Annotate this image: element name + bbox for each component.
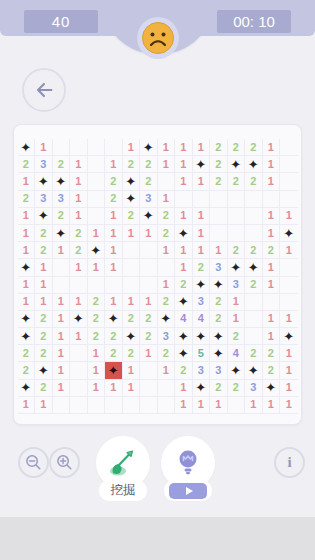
sad-face-icon (141, 21, 175, 55)
cell-r3c3[interactable]: ✦ (53, 173, 71, 190)
cell-r1c15[interactable]: 1 (263, 139, 281, 156)
cell-r1c4[interactable] (70, 139, 88, 156)
cell-r3c14[interactable]: 2 (245, 173, 263, 190)
cell-r15c1[interactable]: ✦ (18, 380, 36, 397)
cell-r15c8[interactable] (140, 380, 158, 397)
magnifier-minus-icon (24, 453, 43, 472)
cell-r3c11[interactable]: 1 (193, 173, 211, 190)
cell-r1c11[interactable]: 1 (193, 139, 211, 156)
cell-r6c3[interactable]: ✦ (53, 225, 71, 242)
cell-r7c12[interactable]: 1 (210, 242, 228, 259)
cell-r11c6[interactable]: ✦ (105, 311, 123, 328)
cell-r2c2[interactable]: 3 (35, 156, 53, 173)
cell-r3c10[interactable]: 1 (175, 173, 193, 190)
cell-r3c16[interactable] (280, 173, 298, 190)
cell-r15c7[interactable]: 1 (123, 380, 141, 397)
cell-r1c16[interactable] (280, 139, 298, 156)
info-icon: i (287, 454, 291, 471)
cell-r3c13[interactable]: 2 (228, 173, 246, 190)
cell-r5c14[interactable] (245, 208, 263, 225)
cell-r3c4[interactable]: 1 (70, 173, 88, 190)
cell-r10c13[interactable]: 1 (228, 294, 246, 311)
cell-r4c2[interactable]: 3 (35, 191, 53, 208)
cell-r9c6[interactable] (105, 277, 123, 294)
cell-r3c5[interactable] (88, 173, 106, 190)
zoom-in-button[interactable] (49, 447, 80, 478)
cell-r7c6[interactable]: 1 (105, 242, 123, 259)
cell-r13c14[interactable]: 2 (245, 345, 263, 362)
cell-r13c5[interactable]: 1 (88, 345, 106, 362)
cell-r5c9[interactable]: 2 (158, 208, 176, 225)
cell-r13c9[interactable]: 2 (158, 345, 176, 362)
cell-r5c13[interactable] (228, 208, 246, 225)
cell-r2c6[interactable]: 1 (105, 156, 123, 173)
cell-r11c15[interactable]: 1 (263, 311, 281, 328)
cell-r15c12[interactable]: 2 (210, 380, 228, 397)
cell-r16c5[interactable] (88, 397, 106, 414)
cell-r16c2[interactable]: 1 (35, 397, 53, 414)
cell-r14c5[interactable]: 1 (88, 362, 106, 379)
cell-r16c8[interactable] (140, 397, 158, 414)
cell-r2c3[interactable]: 2 (53, 156, 71, 173)
cell-r16c6[interactable] (105, 397, 123, 414)
cell-r4c6[interactable]: 2 (105, 191, 123, 208)
cell-r5c15[interactable]: 1 (263, 208, 281, 225)
info-button[interactable]: i (274, 447, 305, 478)
cell-r11c13[interactable]: 1 (228, 311, 246, 328)
cell-r11c8[interactable]: 2 (140, 311, 158, 328)
cell-r11c14[interactable] (245, 311, 263, 328)
cell-r9c1[interactable]: 1 (18, 277, 36, 294)
cell-r3c6[interactable]: 2 (105, 173, 123, 190)
cell-r7c3[interactable]: 1 (53, 242, 71, 259)
cell-r5c4[interactable]: 1 (70, 208, 88, 225)
cell-r15c11[interactable]: ✦ (193, 380, 211, 397)
cell-r11c12[interactable]: 2 (210, 311, 228, 328)
board-card: ✦11✦1112221232112211✦2✦✦11✦✦12✦211222123… (13, 124, 302, 425)
cell-r13c15[interactable]: 2 (263, 345, 281, 362)
cell-r13c12[interactable]: ✦ (210, 345, 228, 362)
cell-r10c6[interactable]: 1 (105, 294, 123, 311)
cell-r15c10[interactable]: 1 (175, 380, 193, 397)
cell-r9c11[interactable]: ✦ (193, 277, 211, 294)
cell-r8c12[interactable]: 3 (210, 259, 228, 276)
cell-r13c1[interactable]: 2 (18, 345, 36, 362)
cell-r15c5[interactable]: 1 (88, 380, 106, 397)
cell-r6c11[interactable]: 1 (193, 225, 211, 242)
cell-r14c16[interactable]: 1 (280, 362, 298, 379)
cell-r9c3[interactable] (53, 277, 71, 294)
cell-r1c1[interactable]: ✦ (18, 139, 36, 156)
cell-r5c7[interactable]: 2 (123, 208, 141, 225)
cell-r7c1[interactable]: 1 (18, 242, 36, 259)
cell-r14c15[interactable]: 2 (263, 362, 281, 379)
cell-r4c10[interactable] (175, 191, 193, 208)
cell-r15c15[interactable]: ✦ (263, 380, 281, 397)
mine-counter: 40 (24, 10, 98, 33)
cell-r11c4[interactable]: ✦ (70, 311, 88, 328)
cell-r1c12[interactable]: 2 (210, 139, 228, 156)
cell-r8c8[interactable] (140, 259, 158, 276)
cell-r4c12[interactable] (210, 191, 228, 208)
cell-r13c16[interactable]: 1 (280, 345, 298, 362)
cell-r7c13[interactable]: 2 (228, 242, 246, 259)
cell-r6c15[interactable]: 1 (263, 225, 281, 242)
shovel-icon (106, 446, 140, 480)
cell-r12c16[interactable]: ✦ (280, 328, 298, 345)
cell-r8c1[interactable]: ✦ (18, 259, 36, 276)
cell-r8c11[interactable]: 2 (193, 259, 211, 276)
cell-r2c12[interactable]: 2 (210, 156, 228, 173)
cell-r15c13[interactable]: 2 (228, 380, 246, 397)
cell-r6c7[interactable]: 1 (123, 225, 141, 242)
cell-r10c2[interactable]: 1 (35, 294, 53, 311)
cell-r16c14[interactable]: 1 (245, 397, 263, 414)
cell-r1c3[interactable] (53, 139, 71, 156)
cell-r5c11[interactable]: 1 (193, 208, 211, 225)
cell-r7c5[interactable]: ✦ (88, 242, 106, 259)
cell-r14c14[interactable]: ✦ (245, 362, 263, 379)
cell-r8c6[interactable]: 1 (105, 259, 123, 276)
cell-r9c14[interactable]: 2 (245, 277, 263, 294)
cell-r2c8[interactable]: 2 (140, 156, 158, 173)
cell-r9c13[interactable]: 3 (228, 277, 246, 294)
cell-r11c7[interactable]: 2 (123, 311, 141, 328)
cell-r10c5[interactable]: 2 (88, 294, 106, 311)
cell-r12c14[interactable] (245, 328, 263, 345)
cell-r2c4[interactable]: 1 (70, 156, 88, 173)
dig-button-label: 挖掘 (99, 480, 147, 501)
cell-r12c9[interactable]: 3 (158, 328, 176, 345)
cell-r11c16[interactable]: 1 (280, 311, 298, 328)
cell-r9c10[interactable]: 2 (175, 277, 193, 294)
cell-r15c16[interactable]: 1 (280, 380, 298, 397)
cell-r2c15[interactable]: 1 (263, 156, 281, 173)
cell-r11c2[interactable]: 2 (35, 311, 53, 328)
cell-r12c5[interactable]: 2 (88, 328, 106, 345)
cell-r6c16[interactable]: ✦ (280, 225, 298, 242)
cell-r10c12[interactable]: 2 (210, 294, 228, 311)
cell-r5c10[interactable]: 1 (175, 208, 193, 225)
cell-r9c7[interactable] (123, 277, 141, 294)
cell-r5c2[interactable]: ✦ (35, 208, 53, 225)
cell-r3c2[interactable]: ✦ (35, 173, 53, 190)
cell-r5c8[interactable]: ✦ (140, 208, 158, 225)
cell-r8c3[interactable] (53, 259, 71, 276)
cell-r8c15[interactable]: 1 (263, 259, 281, 276)
cell-r9c15[interactable]: 1 (263, 277, 281, 294)
cell-r10c16[interactable] (280, 294, 298, 311)
cell-r1c10[interactable]: 1 (175, 139, 193, 156)
cell-r12c8[interactable]: 2 (140, 328, 158, 345)
cell-r5c16[interactable]: 1 (280, 208, 298, 225)
cell-r15c3[interactable]: 1 (53, 380, 71, 397)
cell-r8c5[interactable]: 1 (88, 259, 106, 276)
cell-r1c2[interactable]: 1 (35, 139, 53, 156)
cell-r10c3[interactable]: 1 (53, 294, 71, 311)
magnifier-plus-icon (55, 453, 74, 472)
cell-r14c6[interactable]: ✦ (105, 362, 123, 379)
cell-r2c14[interactable]: ✦ (245, 156, 263, 173)
cell-r12c11[interactable]: ✦ (193, 328, 211, 345)
cell-r9c5[interactable] (88, 277, 106, 294)
cell-r5c12[interactable] (210, 208, 228, 225)
cell-r3c8[interactable]: 2 (140, 173, 158, 190)
hint-ad-pill[interactable] (164, 480, 212, 501)
cell-r6c2[interactable]: 2 (35, 225, 53, 242)
cell-r1c9[interactable]: 1 (158, 139, 176, 156)
cell-r4c14[interactable] (245, 191, 263, 208)
cell-r8c9[interactable] (158, 259, 176, 276)
back-button[interactable] (22, 68, 66, 112)
cell-r7c16[interactable]: 1 (280, 242, 298, 259)
cell-r11c1[interactable]: ✦ (18, 311, 36, 328)
cell-r7c11[interactable]: 1 (193, 242, 211, 259)
back-arrow-icon (33, 79, 55, 101)
cell-r7c8[interactable] (140, 242, 158, 259)
zoom-out-button[interactable] (18, 447, 49, 478)
cell-r10c8[interactable]: 1 (140, 294, 158, 311)
board-grid[interactable]: ✦11✦1112221232112211✦2✦✦11✦✦12✦211222123… (18, 139, 298, 414)
cell-r6c6[interactable]: 1 (105, 225, 123, 242)
cell-r11c5[interactable]: 2 (88, 311, 106, 328)
cell-r6c14[interactable] (245, 225, 263, 242)
cell-r11c9[interactable]: ✦ (158, 311, 176, 328)
cell-r3c12[interactable]: 2 (210, 173, 228, 190)
cell-r14c12[interactable]: 3 (210, 362, 228, 379)
cell-r2c11[interactable]: ✦ (193, 156, 211, 173)
cell-r15c2[interactable]: 2 (35, 380, 53, 397)
cell-r1c14[interactable]: 2 (245, 139, 263, 156)
cell-r7c15[interactable]: 2 (263, 242, 281, 259)
cell-r2c13[interactable]: ✦ (228, 156, 246, 173)
cell-r14c2[interactable]: ✦ (35, 362, 53, 379)
cell-r7c4[interactable]: 2 (70, 242, 88, 259)
cell-r1c7[interactable]: 1 (123, 139, 141, 156)
cell-r14c8[interactable] (140, 362, 158, 379)
cell-r6c13[interactable] (228, 225, 246, 242)
cell-r16c16[interactable]: 1 (280, 397, 298, 414)
cell-r8c10[interactable]: 1 (175, 259, 193, 276)
cell-r13c8[interactable]: 1 (140, 345, 158, 362)
cell-r12c15[interactable]: 1 (263, 328, 281, 345)
cell-r1c13[interactable]: 2 (228, 139, 246, 156)
cell-r6c12[interactable] (210, 225, 228, 242)
cell-r10c1[interactable]: 1 (18, 294, 36, 311)
bottom-band (0, 517, 315, 560)
cell-r15c14[interactable]: 3 (245, 380, 263, 397)
cell-r6c5[interactable]: 1 (88, 225, 106, 242)
cell-r7c14[interactable]: 2 (245, 242, 263, 259)
cell-r1c5[interactable] (88, 139, 106, 156)
cell-r10c4[interactable]: 1 (70, 294, 88, 311)
cell-r8c13[interactable]: ✦ (228, 259, 246, 276)
play-triangle-icon (186, 487, 193, 495)
cell-r6c4[interactable]: 2 (70, 225, 88, 242)
cell-r16c3[interactable] (53, 397, 71, 414)
cell-r4c13[interactable] (228, 191, 246, 208)
cell-r6c1[interactable]: 1 (18, 225, 36, 242)
cell-r3c9[interactable] (158, 173, 176, 190)
cell-r13c3[interactable]: 1 (53, 345, 71, 362)
cell-r3c1[interactable]: 1 (18, 173, 36, 190)
cell-r16c7[interactable] (123, 397, 141, 414)
cell-r15c9[interactable] (158, 380, 176, 397)
cell-r13c11[interactable]: 5 (193, 345, 211, 362)
cell-r8c16[interactable] (280, 259, 298, 276)
cell-r8c14[interactable]: ✦ (245, 259, 263, 276)
cell-r11c10[interactable]: 4 (175, 311, 193, 328)
cell-r13c4[interactable] (70, 345, 88, 362)
cell-r13c13[interactable]: 4 (228, 345, 246, 362)
cell-r9c16[interactable] (280, 277, 298, 294)
cell-r9c9[interactable]: 1 (158, 277, 176, 294)
cell-r13c7[interactable]: 2 (123, 345, 141, 362)
cell-r2c7[interactable]: 2 (123, 156, 141, 173)
game-screen: 40 00: 10 ✦11✦1112221232112211✦2✦✦11✦✦12… (0, 0, 315, 560)
cell-r5c6[interactable]: 1 (105, 208, 123, 225)
cell-r8c4[interactable]: 1 (70, 259, 88, 276)
cell-r6c10[interactable]: ✦ (175, 225, 193, 242)
cell-r12c7[interactable]: ✦ (123, 328, 141, 345)
cell-r2c1[interactable]: 2 (18, 156, 36, 173)
cell-r6c9[interactable]: 2 (158, 225, 176, 242)
cell-r16c9[interactable] (158, 397, 176, 414)
cell-r9c8[interactable] (140, 277, 158, 294)
cell-r15c4[interactable] (70, 380, 88, 397)
cell-r6c8[interactable]: 1 (140, 225, 158, 242)
cell-r12c1[interactable]: ✦ (18, 328, 36, 345)
cell-r2c5[interactable] (88, 156, 106, 173)
cell-r12c3[interactable]: 1 (53, 328, 71, 345)
cell-r7c7[interactable] (123, 242, 141, 259)
cell-r16c10[interactable]: 1 (175, 397, 193, 414)
cell-r14c7[interactable]: 1 (123, 362, 141, 379)
cell-r4c7[interactable]: ✦ (123, 191, 141, 208)
cell-r8c2[interactable]: 1 (35, 259, 53, 276)
cell-r14c4[interactable] (70, 362, 88, 379)
cell-r10c10[interactable]: ✦ (175, 294, 193, 311)
cell-r16c15[interactable]: 1 (263, 397, 281, 414)
cell-r8c7[interactable] (123, 259, 141, 276)
cell-r3c15[interactable]: 1 (263, 173, 281, 190)
cell-r4c9[interactable]: 1 (158, 191, 176, 208)
cell-r14c13[interactable]: ✦ (228, 362, 246, 379)
cell-r4c4[interactable]: 1 (70, 191, 88, 208)
cell-r14c3[interactable]: 1 (53, 362, 71, 379)
cell-r13c6[interactable]: 2 (105, 345, 123, 362)
cell-r4c8[interactable]: 3 (140, 191, 158, 208)
cell-r10c15[interactable] (263, 294, 281, 311)
cell-r10c11[interactable]: 3 (193, 294, 211, 311)
cell-r10c7[interactable]: 1 (123, 294, 141, 311)
lightbulb-icon (171, 446, 205, 480)
cell-r12c10[interactable]: ✦ (175, 328, 193, 345)
restart-face-button[interactable] (137, 17, 179, 59)
cell-r15c6[interactable]: 1 (105, 380, 123, 397)
cell-r16c13[interactable] (228, 397, 246, 414)
cell-r2c10[interactable]: 1 (175, 156, 193, 173)
cell-r1c8[interactable]: ✦ (140, 139, 158, 156)
cell-r4c16[interactable] (280, 191, 298, 208)
cell-r11c3[interactable]: 1 (53, 311, 71, 328)
cell-r16c12[interactable]: 1 (210, 397, 228, 414)
watch-ad-button[interactable] (169, 483, 207, 499)
cell-r4c5[interactable] (88, 191, 106, 208)
cell-r4c11[interactable] (193, 191, 211, 208)
cell-r1c6[interactable] (105, 139, 123, 156)
cell-r5c5[interactable] (88, 208, 106, 225)
cell-r9c12[interactable]: ✦ (210, 277, 228, 294)
cell-r5c1[interactable]: 1 (18, 208, 36, 225)
cell-r7c10[interactable]: 1 (175, 242, 193, 259)
cell-r12c13[interactable]: 2 (228, 328, 246, 345)
cell-r14c9[interactable]: 1 (158, 362, 176, 379)
cell-r16c11[interactable]: 1 (193, 397, 211, 414)
cell-r10c14[interactable] (245, 294, 263, 311)
cell-r12c2[interactable]: 2 (35, 328, 53, 345)
cell-r9c4[interactable] (70, 277, 88, 294)
cell-r16c4[interactable] (70, 397, 88, 414)
cell-r16c1[interactable]: 1 (18, 397, 36, 414)
cell-r5c3[interactable]: 2 (53, 208, 71, 225)
cell-r7c2[interactable]: 2 (35, 242, 53, 259)
cell-r4c1[interactable]: 2 (18, 191, 36, 208)
cell-r11c11[interactable]: 4 (193, 311, 211, 328)
cell-r14c1[interactable]: 2 (18, 362, 36, 379)
cell-r14c11[interactable]: 3 (193, 362, 211, 379)
cell-r2c9[interactable]: 1 (158, 156, 176, 173)
cell-r14c10[interactable]: 2 (175, 362, 193, 379)
cell-r7c9[interactable]: 1 (158, 242, 176, 259)
cell-r10c9[interactable]: 2 (158, 294, 176, 311)
cell-r2c16[interactable] (280, 156, 298, 173)
cell-r9c2[interactable]: 1 (35, 277, 53, 294)
cell-r3c7[interactable]: ✦ (123, 173, 141, 190)
cell-r13c10[interactable]: ✦ (175, 345, 193, 362)
cell-r13c2[interactable]: 2 (35, 345, 53, 362)
cell-r4c15[interactable] (263, 191, 281, 208)
cell-r4c3[interactable]: 3 (53, 191, 71, 208)
cell-r12c12[interactable]: ✦ (210, 328, 228, 345)
cell-r12c6[interactable]: 2 (105, 328, 123, 345)
cell-r12c4[interactable]: 1 (70, 328, 88, 345)
timer: 00: 10 (217, 10, 291, 33)
